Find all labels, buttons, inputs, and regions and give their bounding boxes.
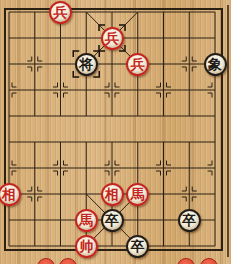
piece-glyph: 兵 xyxy=(131,57,145,71)
piece-glyph: 相 xyxy=(2,187,16,201)
piece-glyph: 卒 xyxy=(105,213,119,227)
piece-glyph: 卒 xyxy=(131,239,145,253)
piece-glyph: 将 xyxy=(79,57,93,71)
piece-red-general[interactable]: 帅 xyxy=(75,235,98,258)
xiangqi-board: 兵兵将兵象相相馬馬卒卒帅卒 xyxy=(0,0,231,264)
piece-glyph: 相 xyxy=(105,187,119,201)
piece-glyph: 馬 xyxy=(79,213,93,227)
piece-glyph: 象 xyxy=(208,57,222,71)
piece-red-elephant[interactable]: 相 xyxy=(101,183,124,206)
board-right-edge xyxy=(227,5,229,257)
piece-glyph: 帅 xyxy=(79,239,93,253)
piece-red-elephant[interactable]: 相 xyxy=(0,183,21,206)
piece-black-soldier[interactable]: 卒 xyxy=(101,209,124,232)
piece-glyph: 卒 xyxy=(182,213,196,227)
piece-red-soldier[interactable]: 兵 xyxy=(49,1,72,24)
piece-glyph: 馬 xyxy=(131,187,145,201)
piece-black-general[interactable]: 将 xyxy=(75,53,98,76)
piece-glyph: 兵 xyxy=(105,31,119,45)
piece-red-soldier[interactable]: 兵 xyxy=(126,53,149,76)
piece-red-horse[interactable]: 馬 xyxy=(126,183,149,206)
piece-black-soldier[interactable]: 卒 xyxy=(178,209,201,232)
piece-red-horse[interactable]: 馬 xyxy=(75,209,98,232)
piece-glyph: 兵 xyxy=(54,5,68,19)
piece-black-elephant[interactable]: 象 xyxy=(204,53,227,76)
piece-red-soldier[interactable]: 兵 xyxy=(101,27,124,50)
piece-black-soldier[interactable]: 卒 xyxy=(126,235,149,258)
